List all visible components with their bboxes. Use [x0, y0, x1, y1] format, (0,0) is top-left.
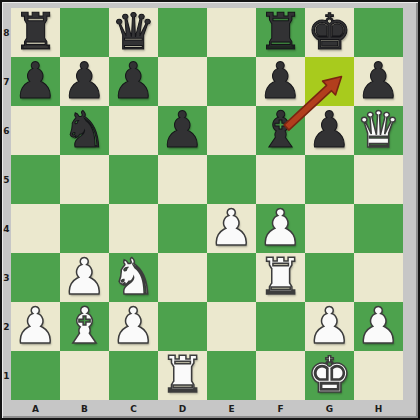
file-label-a: A — [11, 400, 60, 418]
piece-black-queen-c8[interactable]: ♛ — [109, 8, 158, 57]
piece-black-pawn-c7[interactable]: ♟ — [109, 57, 158, 106]
square-b7[interactable]: ♟ — [60, 57, 109, 106]
piece-white-king-g1[interactable]: ♚ — [305, 351, 354, 400]
rank-label-7: 7 — [2, 57, 11, 106]
square-c6[interactable] — [109, 106, 158, 155]
square-b8[interactable] — [60, 8, 109, 57]
square-e6[interactable] — [207, 106, 256, 155]
square-f7[interactable]: ♟ — [256, 57, 305, 106]
square-d4[interactable] — [158, 204, 207, 253]
rank-label-6: 6 — [2, 106, 11, 155]
square-e1[interactable] — [207, 351, 256, 400]
piece-black-pawn-f7[interactable]: ♟ — [256, 57, 305, 106]
square-a8[interactable]: ♜ — [11, 8, 60, 57]
piece-black-pawn-h7[interactable]: ♟ — [354, 57, 403, 106]
piece-white-rook-d1[interactable]: ♜ — [158, 351, 207, 400]
square-g5[interactable] — [305, 155, 354, 204]
square-h4[interactable] — [354, 204, 403, 253]
piece-black-pawn-g6[interactable]: ♟ — [305, 106, 354, 155]
square-a4[interactable] — [11, 204, 60, 253]
square-c2[interactable]: ♟ — [109, 302, 158, 351]
square-d2[interactable] — [158, 302, 207, 351]
square-c7[interactable]: ♟ — [109, 57, 158, 106]
rank-label-1: 1 — [2, 351, 11, 400]
square-h2[interactable]: ♟ — [354, 302, 403, 351]
square-a2[interactable]: ♟ — [11, 302, 60, 351]
square-d1[interactable]: ♜ — [158, 351, 207, 400]
rank-label-5: 5 — [2, 155, 11, 204]
piece-white-pawn-g2[interactable]: ♟ — [305, 302, 354, 351]
square-b1[interactable] — [60, 351, 109, 400]
square-d5[interactable] — [158, 155, 207, 204]
square-b3[interactable]: ♟ — [60, 253, 109, 302]
square-c8[interactable]: ♛ — [109, 8, 158, 57]
file-label-c: C — [109, 400, 158, 418]
square-h7[interactable]: ♟ — [354, 57, 403, 106]
piece-white-rook-f3[interactable]: ♜ — [256, 253, 305, 302]
square-g1[interactable]: ♚ — [305, 351, 354, 400]
rank-labels: 87654321 — [2, 8, 11, 400]
square-h1[interactable] — [354, 351, 403, 400]
square-a7[interactable]: ♟ — [11, 57, 60, 106]
square-f4[interactable]: ♟ — [256, 204, 305, 253]
square-e8[interactable] — [207, 8, 256, 57]
rank-label-2: 2 — [2, 302, 11, 351]
square-f5[interactable] — [256, 155, 305, 204]
square-g2[interactable]: ♟ — [305, 302, 354, 351]
square-d8[interactable] — [158, 8, 207, 57]
file-label-b: B — [60, 400, 109, 418]
square-d3[interactable] — [158, 253, 207, 302]
file-label-h: H — [354, 400, 403, 418]
file-label-g: G — [305, 400, 354, 418]
square-c3[interactable]: ♞ — [109, 253, 158, 302]
square-c4[interactable] — [109, 204, 158, 253]
square-g7[interactable] — [305, 57, 354, 106]
piece-black-pawn-b7[interactable]: ♟ — [60, 57, 109, 106]
piece-white-pawn-a2[interactable]: ♟ — [11, 302, 60, 351]
file-label-d: D — [158, 400, 207, 418]
piece-white-pawn-f4[interactable]: ♟ — [256, 204, 305, 253]
square-d7[interactable] — [158, 57, 207, 106]
square-c1[interactable] — [109, 351, 158, 400]
square-e4[interactable]: ♟ — [207, 204, 256, 253]
square-e3[interactable] — [207, 253, 256, 302]
piece-white-pawn-c2[interactable]: ♟ — [109, 302, 158, 351]
piece-black-king-g8[interactable]: ♚ — [305, 8, 354, 57]
piece-white-queen-h6[interactable]: ♛ — [354, 106, 403, 155]
piece-black-pawn-d6[interactable]: ♟ — [158, 106, 207, 155]
piece-white-pawn-b3[interactable]: ♟ — [60, 253, 109, 302]
piece-white-knight-c3[interactable]: ♞ — [109, 253, 158, 302]
piece-black-bishop-f6[interactable]: ♝ — [256, 106, 305, 155]
square-g3[interactable] — [305, 253, 354, 302]
square-b4[interactable] — [60, 204, 109, 253]
piece-white-pawn-e4[interactable]: ♟ — [207, 204, 256, 253]
file-label-e: E — [207, 400, 256, 418]
square-a6[interactable] — [11, 106, 60, 155]
piece-black-rook-f8[interactable]: ♜ — [256, 8, 305, 57]
square-a3[interactable] — [11, 253, 60, 302]
square-h8[interactable] — [354, 8, 403, 57]
square-g8[interactable]: ♚ — [305, 8, 354, 57]
square-a5[interactable] — [11, 155, 60, 204]
piece-black-pawn-a7[interactable]: ♟ — [11, 57, 60, 106]
piece-white-bishop-b2[interactable]: ♝ — [60, 302, 109, 351]
square-b6[interactable]: ♞ — [60, 106, 109, 155]
rank-label-3: 3 — [2, 253, 11, 302]
square-g4[interactable] — [305, 204, 354, 253]
square-a1[interactable] — [11, 351, 60, 400]
chess-board: ♜♛♜♚♟♟♟♟♟♞♟♝♟♛♟♟♟♞♜♟♝♟♟♟♜♚ — [11, 8, 403, 400]
file-label-f: F — [256, 400, 305, 418]
file-labels: ABCDEFGH — [11, 400, 403, 418]
square-e7[interactable] — [207, 57, 256, 106]
chess-board-window: 87654321 ♜♛♜♚♟♟♟♟♟♞♟♝♟♛♟♟♟♞♜♟♝♟♟♟♜♚ ABCD… — [0, 0, 420, 420]
square-g6[interactable]: ♟ — [305, 106, 354, 155]
square-h6[interactable]: ♛ — [354, 106, 403, 155]
square-h3[interactable] — [354, 253, 403, 302]
piece-black-knight-b6[interactable]: ♞ — [60, 106, 109, 155]
square-d6[interactable]: ♟ — [158, 106, 207, 155]
square-c5[interactable] — [109, 155, 158, 204]
square-f6[interactable]: ♝ — [256, 106, 305, 155]
square-b5[interactable] — [60, 155, 109, 204]
square-h5[interactable] — [354, 155, 403, 204]
rank-label-4: 4 — [2, 204, 11, 253]
square-e5[interactable] — [207, 155, 256, 204]
square-e2[interactable] — [207, 302, 256, 351]
square-f8[interactable]: ♜ — [256, 8, 305, 57]
rank-label-8: 8 — [2, 8, 11, 57]
square-f3[interactable]: ♜ — [256, 253, 305, 302]
piece-white-pawn-h2[interactable]: ♟ — [354, 302, 403, 351]
square-f1[interactable] — [256, 351, 305, 400]
square-f2[interactable] — [256, 302, 305, 351]
piece-black-rook-a8[interactable]: ♜ — [11, 8, 60, 57]
square-b2[interactable]: ♝ — [60, 302, 109, 351]
